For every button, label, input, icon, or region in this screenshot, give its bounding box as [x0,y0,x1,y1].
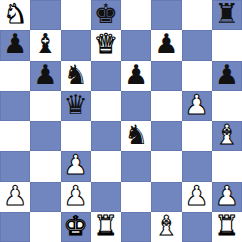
square-e7[interactable] [121,30,151,60]
square-b8[interactable] [30,0,60,30]
square-a3[interactable] [0,151,30,181]
square-a6[interactable] [0,61,30,91]
white-pawn-c2[interactable]: ♟ [64,182,88,211]
square-f3[interactable] [151,151,181,181]
black-rook-h8[interactable]: ♜ [215,0,239,29]
square-h5[interactable] [212,91,242,121]
square-a5[interactable] [0,91,30,121]
square-b1[interactable] [30,212,60,242]
white-pawn-g2[interactable]: ♟ [185,182,209,211]
square-e2[interactable] [121,182,151,212]
square-f1[interactable]: ♝ [151,212,181,242]
square-h7[interactable] [212,30,242,60]
square-g4[interactable] [182,121,212,151]
square-c6[interactable]: ♞ [61,61,91,91]
chess-board: ♞♚♜♟♝♛♟♟♞♟♟♛♟♞♝♟♟♟♟♟♚♜♝♜ [0,0,242,242]
square-b7[interactable]: ♝ [30,30,60,60]
square-d5[interactable] [91,91,121,121]
square-c4[interactable] [61,121,91,151]
white-pawn-h2[interactable]: ♟ [215,182,239,211]
square-c1[interactable]: ♚ [61,212,91,242]
square-d1[interactable]: ♜ [91,212,121,242]
square-a1[interactable] [0,212,30,242]
black-pawn-h6[interactable]: ♟ [215,61,239,90]
square-h3[interactable] [212,151,242,181]
white-king-c1[interactable]: ♚ [64,212,88,241]
square-e8[interactable] [121,0,151,30]
square-a4[interactable] [0,121,30,151]
square-f8[interactable] [151,0,181,30]
black-knight-e4[interactable]: ♞ [124,121,148,150]
black-pawn-a7[interactable]: ♟ [3,30,27,59]
square-b5[interactable] [30,91,60,121]
square-c3[interactable]: ♟ [61,151,91,181]
square-d4[interactable] [91,121,121,151]
black-bishop-b7[interactable]: ♝ [33,30,57,59]
square-g1[interactable] [182,212,212,242]
square-d2[interactable] [91,182,121,212]
white-rook-d1[interactable]: ♜ [94,212,118,241]
black-pawn-e6[interactable]: ♟ [124,61,148,90]
square-e6[interactable]: ♟ [121,61,151,91]
square-d8[interactable]: ♚ [91,0,121,30]
white-knight-a8[interactable]: ♞ [3,0,27,29]
square-b3[interactable] [30,151,60,181]
square-g7[interactable] [182,30,212,60]
black-king-d8[interactable]: ♚ [94,0,118,29]
square-e5[interactable] [121,91,151,121]
white-pawn-c3[interactable]: ♟ [64,151,88,180]
square-h1[interactable]: ♜ [212,212,242,242]
square-a8[interactable]: ♞ [0,0,30,30]
square-a7[interactable]: ♟ [0,30,30,60]
square-g2[interactable]: ♟ [182,182,212,212]
white-rook-h1[interactable]: ♜ [215,212,239,241]
square-b4[interactable] [30,121,60,151]
square-c5[interactable]: ♛ [61,91,91,121]
square-e3[interactable] [121,151,151,181]
square-f5[interactable] [151,91,181,121]
square-g3[interactable] [182,151,212,181]
square-d6[interactable] [91,61,121,91]
black-pawn-b6[interactable]: ♟ [33,61,57,90]
square-h2[interactable]: ♟ [212,182,242,212]
square-h8[interactable]: ♜ [212,0,242,30]
square-h4[interactable]: ♝ [212,121,242,151]
square-c7[interactable] [61,30,91,60]
square-b2[interactable] [30,182,60,212]
white-queen-d7[interactable]: ♛ [94,30,118,59]
square-g8[interactable] [182,0,212,30]
square-h6[interactable]: ♟ [212,61,242,91]
white-pawn-a2[interactable]: ♟ [3,182,27,211]
square-c2[interactable]: ♟ [61,182,91,212]
white-pawn-g5[interactable]: ♟ [185,91,209,120]
black-knight-c6[interactable]: ♞ [64,61,88,90]
square-f7[interactable]: ♟ [151,30,181,60]
square-f4[interactable] [151,121,181,151]
square-b6[interactable]: ♟ [30,61,60,91]
white-bishop-h4[interactable]: ♝ [215,121,239,150]
white-bishop-f1[interactable]: ♝ [154,212,178,241]
square-f2[interactable] [151,182,181,212]
square-g6[interactable] [182,61,212,91]
square-f6[interactable] [151,61,181,91]
square-a2[interactable]: ♟ [0,182,30,212]
square-g5[interactable]: ♟ [182,91,212,121]
square-d7[interactable]: ♛ [91,30,121,60]
square-e1[interactable] [121,212,151,242]
black-pawn-f7[interactable]: ♟ [154,30,178,59]
black-queen-c5[interactable]: ♛ [64,91,88,120]
square-e4[interactable]: ♞ [121,121,151,151]
square-c8[interactable] [61,0,91,30]
square-d3[interactable] [91,151,121,181]
